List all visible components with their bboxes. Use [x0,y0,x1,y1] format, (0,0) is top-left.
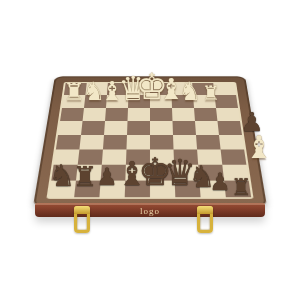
board-square [84,95,107,108]
board-square [197,149,222,164]
board-square [76,165,102,181]
board-square [128,95,150,108]
board-logo-text: logo [0,205,300,217]
board-square [193,95,216,108]
board-square [128,108,150,121]
board-square [150,83,172,95]
board-square [221,149,247,164]
board-square [150,95,172,108]
board-square [51,165,77,181]
board-square [74,181,101,198]
board-square [219,135,244,149]
board-square [150,149,174,164]
board-square [150,121,173,135]
board-square [150,165,175,181]
board-square [198,165,224,181]
brass-clasp-left [74,206,90,233]
board-square [192,83,214,95]
brass-clasp-right [197,206,213,233]
board-square [127,121,150,135]
board-square [126,135,150,149]
board-square [107,83,129,95]
chess-set-product-photo: logo ♜♞♝♛♚♝♞♜♞♜♟♝♚♛♞♟♜♟♝ [0,0,300,300]
board-square [213,83,236,95]
board-square [125,181,150,198]
board-square [196,135,221,149]
board-square [224,181,251,198]
board-square [172,121,196,135]
board-square [83,108,106,121]
board-square [150,108,172,121]
board-square [126,149,150,164]
board-square [58,121,83,135]
board-square [60,108,84,121]
board-square [81,121,105,135]
board-square [194,108,217,121]
board-square [49,181,76,198]
board-square [128,83,150,95]
board-square [174,149,199,164]
board-square [99,181,125,198]
board-square [172,95,194,108]
board-square [172,108,195,121]
board-square [85,83,107,95]
board-square [171,83,193,95]
board-square [150,181,175,198]
board-square [222,165,248,181]
chess-board [33,76,267,207]
board-square [199,181,226,198]
board-square [106,95,128,108]
board-square [102,149,127,164]
board-square [101,165,126,181]
board-square [78,149,103,164]
board-square [174,165,199,181]
board-square [103,135,127,149]
board-square [175,181,201,198]
board-square [79,135,104,149]
board-square [217,121,242,135]
board-square [62,95,85,108]
board-square [125,165,150,181]
board-square [173,135,197,149]
board-square [56,135,81,149]
board-square [215,95,238,108]
board-square [150,135,174,149]
board-square [216,108,240,121]
board-square [195,121,219,135]
board-square [64,83,87,95]
board-grid [49,83,251,197]
board-square [104,121,128,135]
board-square [54,149,80,164]
board-square [105,108,128,121]
